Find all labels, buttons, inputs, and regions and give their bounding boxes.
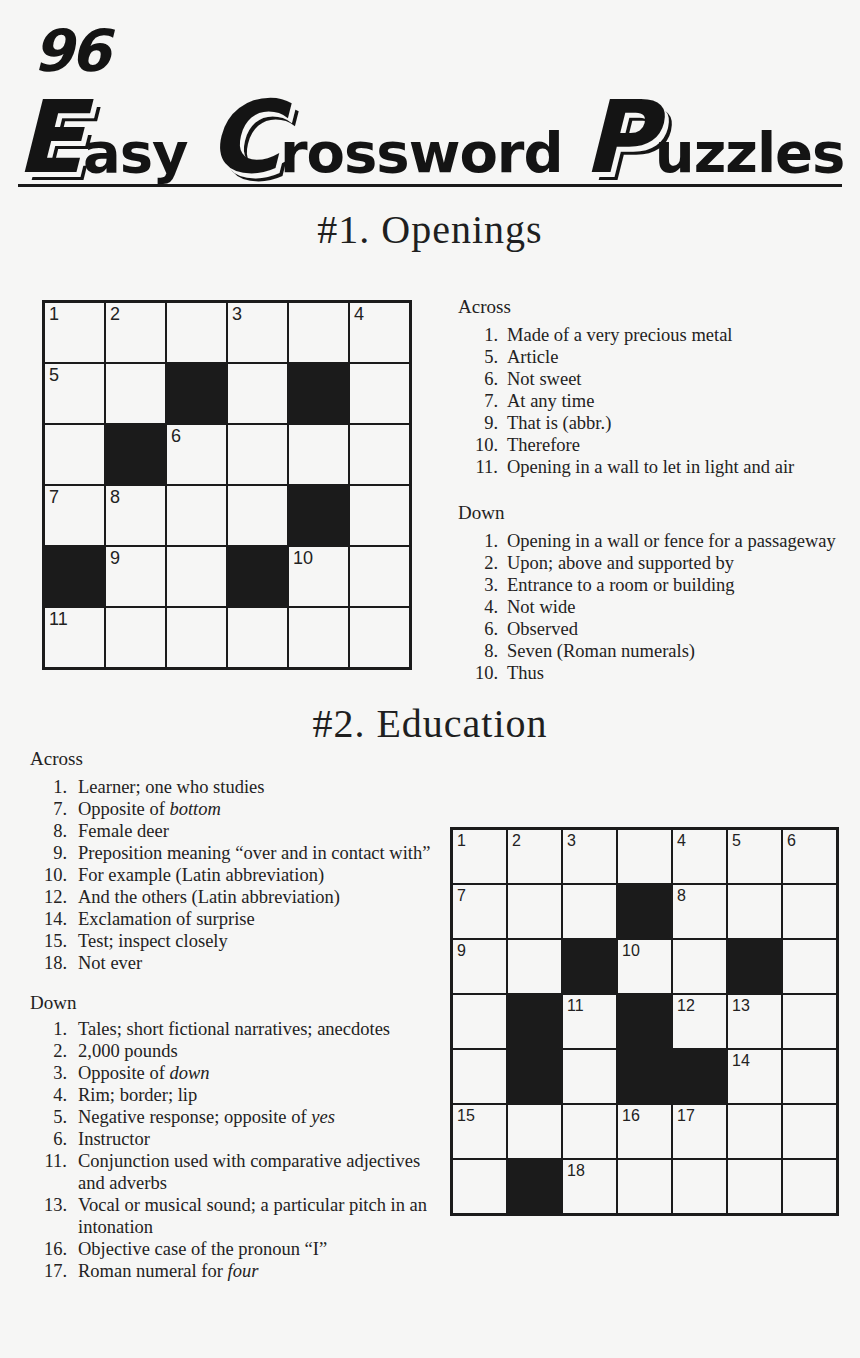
grid-cell[interactable]: 11 [562,994,617,1049]
clue-text: At any time [507,390,594,412]
clue-number: 16. [30,1238,67,1260]
clue-item: 12.And the others (Latin abbreviation) [30,886,450,908]
grid-cell[interactable]: 6 [782,829,837,884]
grid-cell[interactable] [227,363,288,424]
grid-cell[interactable]: 2 [105,302,166,363]
black-cell [166,363,227,424]
clue-text: Article [507,346,558,368]
cell-number: 17 [677,1107,695,1125]
black-cell [672,1049,727,1104]
clue-item: 7.Opposite of bottom [30,798,450,820]
clue-number: 13. [30,1194,67,1238]
cell-number: 13 [732,997,750,1015]
grid-cell[interactable]: 1 [44,302,105,363]
grid-cell[interactable]: 8 [672,884,727,939]
clue-number: 9. [30,842,67,864]
clue-item: 1.Made of a very precious metal [458,324,858,346]
grid-cell[interactable] [105,607,166,668]
clue-text: Test; inspect closely [78,930,228,952]
clue-number: 1. [30,776,67,798]
clue-item: 2.Upon; above and supported by [458,552,858,574]
title-rule [18,184,842,187]
clue-number: 14. [30,908,67,930]
grid-cell[interactable] [349,363,410,424]
clue-number: 3. [458,574,498,596]
clue-number: 17. [30,1260,67,1282]
clue-number: 8. [30,820,67,842]
grid-cell[interactable] [562,884,617,939]
grid-cell[interactable] [227,485,288,546]
clue-text: Entrance to a room or building [507,574,735,596]
clue-text: Conjunction used with comparative adject… [78,1150,450,1194]
puzzle-2-down-header: Down [30,992,450,1014]
grid-cell[interactable]: 5 [44,363,105,424]
cell-number: 12 [677,997,695,1015]
grid-cell[interactable] [562,1049,617,1104]
puzzle-1-across-list: 1.Made of a very precious metal5.Article… [458,324,858,478]
grid-cell[interactable]: 4 [349,302,410,363]
grid-cell[interactable] [782,884,837,939]
clue-item: 5.Negative response; opposite of yes [30,1106,450,1128]
clue-item: 3.Entrance to a room or building [458,574,858,596]
clue-text: Not ever [78,952,142,974]
cell-number: 1 [49,305,59,325]
cell-number: 2 [110,305,120,325]
grid-cell[interactable] [782,939,837,994]
clue-number: 4. [458,596,498,618]
clue-item: 11.Conjunction used with comparative adj… [30,1150,450,1194]
clue-text: Female deer [78,820,169,842]
clue-text: Objective case of the pronoun “I” [78,1238,327,1260]
title-rest-easy: asy [83,125,188,181]
clue-item: 1.Tales; short fictional narratives; ane… [30,1018,450,1040]
grid-cell[interactable] [727,1104,782,1159]
clue-number: 2. [30,1040,67,1062]
cell-number: 4 [677,832,686,850]
grid-cell[interactable] [782,994,837,1049]
clue-item: 6.Not sweet [458,368,858,390]
grid-cell[interactable]: 10 [288,546,349,607]
puzzle-2-clues: Across 1.Learner; one who studies7.Oppos… [30,748,450,1282]
grid-cell[interactable]: 17 [672,1104,727,1159]
cell-number: 3 [232,305,242,325]
clue-item: 8.Female deer [30,820,450,842]
grid-cell[interactable] [166,302,227,363]
cell-number: 5 [49,366,59,386]
grid-cell[interactable]: 14 [727,1049,782,1104]
puzzle-2-heading: #2. Education [0,700,860,748]
grid-cell[interactable]: 13 [727,994,782,1049]
grid-cell[interactable] [507,1104,562,1159]
grid-cell[interactable] [617,829,672,884]
puzzle-2-across-list: 1.Learner; one who studies7.Opposite of … [30,776,450,974]
grid-cell[interactable] [349,485,410,546]
clue-number: 5. [458,346,498,368]
black-cell [288,485,349,546]
clue-number: 1. [30,1018,67,1040]
puzzle-1-clues: Across 1.Made of a very precious metal5.… [458,296,858,684]
clue-text: Not wide [507,596,575,618]
clue-number: 1. [458,324,498,346]
clue-text: Vocal or musical sound; a particular pit… [78,1194,450,1238]
clue-item: 10.Therefore [458,434,858,456]
clue-text: And the others (Latin abbreviation) [78,886,340,908]
book-title: Easy Crossword Puzzles [0,88,860,188]
black-cell [727,939,782,994]
clue-item: 4.Not wide [458,596,858,618]
clue-text: Instructor [78,1128,150,1150]
black-cell [44,546,105,607]
clue-number: 18. [30,952,67,974]
grid-cell[interactable]: 8 [105,485,166,546]
cell-number: 18 [567,1162,585,1180]
clue-item: 7.At any time [458,390,858,412]
cell-number: 3 [567,832,576,850]
grid-cell[interactable] [288,424,349,485]
cell-number: 11 [49,610,68,630]
black-cell [288,363,349,424]
grid-cell[interactable]: 2 [507,829,562,884]
grid-cell[interactable] [227,424,288,485]
cell-number: 16 [622,1107,640,1125]
clue-text: Thus [507,662,544,684]
title-word-easy: Easy [16,88,188,188]
clue-text: Seven (Roman numerals) [507,640,695,662]
black-cell [617,994,672,1049]
clue-item: 4.Rim; border; lip [30,1084,450,1106]
black-cell [507,1159,562,1214]
clue-text: Opposite of down [78,1062,210,1084]
clue-text: Opposite of bottom [78,798,221,820]
grid-cell[interactable] [782,1104,837,1159]
title-initial-c: C [208,88,279,188]
clue-text: Not sweet [507,368,582,390]
clue-text: Therefore [507,434,580,456]
clue-item: 9.Preposition meaning “over and in conta… [30,842,450,864]
cell-number: 10 [293,549,313,569]
clue-item: 6.Observed [458,618,858,640]
crossword-grid-openings: 1234567891011 [42,300,412,670]
cell-number: 8 [110,488,120,508]
puzzle-2-down-list: 1.Tales; short fictional narratives; ane… [30,1018,450,1282]
black-cell [507,1049,562,1104]
grid-cell[interactable] [672,939,727,994]
clue-item: 2.2,000 pounds [30,1040,450,1062]
cell-number: 9 [457,942,466,960]
cell-number: 4 [354,305,364,325]
clue-item: 3.Opposite of down [30,1062,450,1084]
title-word-crossword: Crossword [208,88,563,188]
clue-number: 11. [458,456,498,478]
crossword-grid-education: 123456789101112131415161718 [450,827,839,1216]
grid-cell[interactable] [782,1159,837,1214]
clue-item: 11.Opening in a wall to let in light and… [458,456,858,478]
page-number: 96 [33,22,108,80]
grid-cell[interactable] [617,1159,672,1214]
black-cell [105,424,166,485]
clue-number: 10. [30,864,67,886]
clue-text: That is (abbr.) [507,412,611,434]
cell-number: 8 [677,887,686,905]
clue-number: 5. [30,1106,67,1128]
clue-text: For example (Latin abbreviation) [78,864,324,886]
grid-cell[interactable] [288,607,349,668]
grid-cell[interactable]: 11 [44,607,105,668]
grid-cell[interactable]: 7 [452,884,507,939]
grid-cell[interactable] [166,546,227,607]
title-word-puzzles: Puzzles [583,88,845,188]
grid-cell[interactable]: 18 [562,1159,617,1214]
clue-number: 10. [458,434,498,456]
grid-cell[interactable]: 10 [617,939,672,994]
clue-text: Opening in a wall or fence for a passage… [507,530,836,552]
clue-item: 15.Test; inspect closely [30,930,450,952]
puzzle-2-across-header: Across [30,748,450,770]
cell-number: 14 [732,1052,750,1070]
black-cell [617,884,672,939]
clue-text: Preposition meaning “over and in contact… [78,842,430,864]
grid-cell[interactable]: 9 [452,939,507,994]
cell-number: 10 [622,942,640,960]
puzzle-1-heading: #1. Openings [0,206,860,254]
clue-item: 1.Learner; one who studies [30,776,450,798]
puzzle-1-down-list: 1.Opening in a wall or fence for a passa… [458,530,858,684]
clue-item: 9.That is (abbr.) [458,412,858,434]
grid-cell[interactable] [727,1159,782,1214]
puzzle-1-across-header: Across [458,296,858,318]
grid-cell[interactable] [227,607,288,668]
grid-cell[interactable]: 3 [562,829,617,884]
cell-number: 6 [787,832,796,850]
title-initial-p: P [583,88,654,188]
grid-cell[interactable] [452,994,507,1049]
clue-text: Roman numeral for four [78,1260,258,1282]
clue-number: 6. [458,618,498,640]
grid-cell[interactable]: 3 [227,302,288,363]
clue-number: 7. [30,798,67,820]
clue-item: 18.Not ever [30,952,450,974]
grid-cell[interactable]: 16 [617,1104,672,1159]
clue-number: 11. [30,1150,67,1194]
clue-item: 16.Objective case of the pronoun “I” [30,1238,450,1260]
clue-text: Opening in a wall to let in light and ai… [507,456,794,478]
grid-cell[interactable] [727,884,782,939]
clue-number: 8. [458,640,498,662]
clue-item: 10.Thus [458,662,858,684]
grid-cell[interactable] [105,363,166,424]
grid-cell[interactable] [349,607,410,668]
cell-number: 6 [171,427,181,447]
title-rest-puzzles: uzzles [655,125,845,181]
clue-item: 14.Exclamation of surprise [30,908,450,930]
clue-item: 1.Opening in a wall or fence for a passa… [458,530,858,552]
black-cell [562,939,617,994]
grid-cell[interactable] [288,302,349,363]
clue-item: 5.Article [458,346,858,368]
clue-number: 1. [458,530,498,552]
black-cell [507,994,562,1049]
clue-number: 3. [30,1062,67,1084]
grid-cell[interactable] [452,1049,507,1104]
clue-text: Upon; above and supported by [507,552,734,574]
grid-cell[interactable]: 4 [672,829,727,884]
clue-text: Learner; one who studies [78,776,264,798]
cell-number: 2 [512,832,521,850]
cell-number: 1 [457,832,466,850]
grid-cell[interactable] [452,1159,507,1214]
cell-number: 7 [457,887,466,905]
clue-text: Tales; short fictional narratives; anecd… [78,1018,390,1040]
clue-item: 10.For example (Latin abbreviation) [30,864,450,886]
clue-number: 4. [30,1084,67,1106]
clue-text: Observed [507,618,578,640]
clue-item: 17.Roman numeral for four [30,1260,450,1282]
clue-number: 6. [30,1128,67,1150]
grid-cell[interactable]: 15 [452,1104,507,1159]
grid-cell[interactable] [44,424,105,485]
clue-item: 8.Seven (Roman numerals) [458,640,858,662]
grid-cell[interactable] [507,939,562,994]
grid-cell[interactable]: 6 [166,424,227,485]
clue-number: 7. [458,390,498,412]
clue-number: 6. [458,368,498,390]
cell-number: 9 [110,549,120,569]
clue-item: 6.Instructor [30,1128,450,1150]
cell-number: 15 [457,1107,475,1125]
black-cell [617,1049,672,1104]
black-cell [227,546,288,607]
clue-text: Negative response; opposite of yes [78,1106,335,1128]
grid-cell[interactable]: 7 [44,485,105,546]
clue-text: Made of a very precious metal [507,324,733,346]
clue-number: 2. [458,552,498,574]
clue-number: 12. [30,886,67,908]
grid-cell[interactable] [562,1104,617,1159]
cell-number: 7 [49,488,59,508]
grid-cell[interactable]: 9 [105,546,166,607]
grid-cell[interactable]: 5 [727,829,782,884]
grid-cell[interactable] [349,546,410,607]
cell-number: 5 [732,832,741,850]
clue-text: 2,000 pounds [78,1040,178,1062]
grid-cell[interactable] [672,1159,727,1214]
clue-number: 10. [458,662,498,684]
puzzle-1-down-header: Down [458,502,858,524]
clue-text: Exclamation of surprise [78,908,255,930]
title-initial-e: E [16,88,82,188]
grid-cell[interactable] [782,1049,837,1104]
grid-cell[interactable]: 1 [452,829,507,884]
clue-number: 9. [458,412,498,434]
page: { "game": "crossword", "page": { "number… [0,0,860,1358]
grid-cell[interactable] [507,884,562,939]
clue-item: 13.Vocal or musical sound; a particular … [30,1194,450,1238]
grid-cell[interactable] [349,424,410,485]
grid-cell[interactable]: 12 [672,994,727,1049]
clue-number: 15. [30,930,67,952]
grid-cell[interactable] [166,485,227,546]
clue-text: Rim; border; lip [78,1084,197,1106]
grid-cell[interactable] [166,607,227,668]
title-rest-crossword: rossword [280,125,563,181]
cell-number: 11 [567,997,584,1015]
